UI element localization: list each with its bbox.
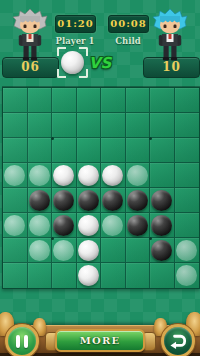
black-disc (127, 190, 148, 211)
board-cell-d3[interactable] (77, 138, 102, 163)
board-cell-a8[interactable] (3, 263, 28, 288)
black-disc-indicator (114, 51, 137, 74)
board-cell-g6 (150, 213, 175, 238)
board-cell-g3[interactable] (150, 138, 175, 163)
board-cell-d1[interactable] (77, 88, 102, 113)
board-cell-b3[interactable] (28, 138, 53, 163)
board-cell-f1[interactable] (126, 88, 151, 113)
move-hint[interactable] (29, 215, 50, 236)
board-cell-f3[interactable] (126, 138, 151, 163)
star-point (149, 237, 152, 240)
move-hint[interactable] (127, 165, 148, 186)
board-cell-f7[interactable] (126, 238, 151, 263)
star-point (149, 137, 152, 140)
board-cell-d2[interactable] (77, 113, 102, 138)
black-disc (151, 240, 172, 261)
board-cell-a3[interactable] (3, 138, 28, 163)
white-disc-icon (61, 51, 84, 74)
board-cell-c1[interactable] (52, 88, 77, 113)
board-cell-h1[interactable] (175, 88, 200, 113)
board-cell-c5 (52, 188, 77, 213)
board-cell-h5[interactable] (175, 188, 200, 213)
move-hint[interactable] (29, 165, 50, 186)
pause-icon (16, 335, 28, 348)
board-cell-e3[interactable] (101, 138, 126, 163)
player-right-avatar (152, 8, 188, 62)
board-cell-h8[interactable] (175, 263, 200, 288)
board-cell-h4[interactable] (175, 163, 200, 188)
white-disc (53, 165, 74, 186)
board-cell-e4 (101, 163, 126, 188)
board-cell-f2[interactable] (126, 113, 151, 138)
player-right-name: Child (105, 36, 151, 46)
board-cell-f8[interactable] (126, 263, 151, 288)
board-cell-a7[interactable] (3, 238, 28, 263)
black-disc (151, 190, 172, 211)
board-cell-b2[interactable] (28, 113, 53, 138)
player-left-name: Player 1 (52, 36, 98, 46)
white-disc-indicator (57, 47, 88, 78)
board-cell-c3[interactable] (52, 138, 77, 163)
black-disc (78, 190, 99, 211)
board-cell-f4[interactable] (126, 163, 151, 188)
board-cell-e2[interactable] (101, 113, 126, 138)
black-disc (127, 215, 148, 236)
black-disc (102, 190, 123, 211)
white-disc (78, 265, 99, 286)
board-cell-g5 (150, 188, 175, 213)
star-point (51, 237, 54, 240)
board-cell-g1[interactable] (150, 88, 175, 113)
board-cell-a2[interactable] (3, 113, 28, 138)
board-cell-d6 (77, 213, 102, 238)
move-hint[interactable] (176, 265, 197, 286)
black-disc (53, 215, 74, 236)
black-disc (53, 190, 74, 211)
move-hint[interactable] (4, 215, 25, 236)
board-cell-e5 (101, 188, 126, 213)
board-cell-b1[interactable] (28, 88, 53, 113)
board-cell-d4 (77, 163, 102, 188)
board-cell-b6[interactable] (28, 213, 53, 238)
board-cell-f6 (126, 213, 151, 238)
white-disc (78, 240, 99, 261)
board-cell-c8[interactable] (52, 263, 77, 288)
board-cell-e8[interactable] (101, 263, 126, 288)
board-cell-h7[interactable] (175, 238, 200, 263)
board-cell-g8[interactable] (150, 263, 175, 288)
board-cell-a6[interactable] (3, 213, 28, 238)
star-point (51, 137, 54, 140)
black-disc (29, 190, 50, 211)
board-cell-e1[interactable] (101, 88, 126, 113)
board (2, 87, 200, 289)
board-cell-b5 (28, 188, 53, 213)
board-cell-a5[interactable] (3, 188, 28, 213)
undo-icon (168, 331, 189, 352)
move-hint[interactable] (53, 240, 74, 261)
blue-haired-chibi-icon (152, 8, 188, 62)
white-disc (78, 215, 99, 236)
move-hint[interactable] (102, 215, 123, 236)
more-games-button[interactable]: MORE GAMES (55, 329, 145, 352)
board-cell-h6[interactable] (175, 213, 200, 238)
undo-button[interactable] (161, 324, 195, 356)
black-disc (151, 215, 172, 236)
board-grid (3, 88, 199, 288)
board-cell-a1[interactable] (3, 88, 28, 113)
board-cell-b8[interactable] (28, 263, 53, 288)
board-cell-g4[interactable] (150, 163, 175, 188)
white-disc (78, 165, 99, 186)
gray-haired-chibi-icon (12, 8, 48, 62)
board-cell-d5 (77, 188, 102, 213)
move-hint[interactable] (176, 240, 197, 261)
board-cell-c2[interactable] (52, 113, 77, 138)
board-cell-c4 (52, 163, 77, 188)
board-cell-c6 (52, 213, 77, 238)
white-disc (102, 165, 123, 186)
move-hint[interactable] (29, 240, 50, 261)
timer-player-right: 00:08 (108, 15, 149, 33)
board-cell-h3[interactable] (175, 138, 200, 163)
move-hint[interactable] (4, 165, 25, 186)
board-cell-b4[interactable] (28, 163, 53, 188)
board-cell-g7 (150, 238, 175, 263)
board-cell-d8 (77, 263, 102, 288)
board-cell-f5 (126, 188, 151, 213)
player-left-avatar (12, 8, 48, 62)
board-cell-c7[interactable] (52, 238, 77, 263)
vs-label: VS (86, 52, 114, 74)
board-cell-b7[interactable] (28, 238, 53, 263)
timer-player-left: 01:20 (55, 15, 96, 33)
game-screen: 01:20 00:08 Player 1 Child 06 10 VS MORE… (0, 0, 200, 356)
board-cell-e6[interactable] (101, 213, 126, 238)
pause-button[interactable] (5, 324, 39, 356)
board-cell-g2[interactable] (150, 113, 175, 138)
board-cell-h2[interactable] (175, 113, 200, 138)
board-cell-a4[interactable] (3, 163, 28, 188)
board-cell-e7[interactable] (101, 238, 126, 263)
board-cell-d7 (77, 238, 102, 263)
